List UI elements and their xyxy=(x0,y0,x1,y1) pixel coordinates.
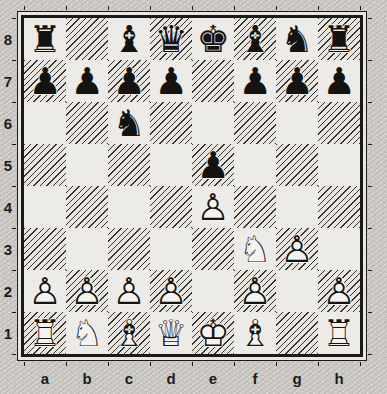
square-b1[interactable]: ♞♘ xyxy=(66,312,108,354)
file-label-d: d xyxy=(150,368,192,388)
file-label-b: b xyxy=(66,368,108,388)
white-king-e1-icon: ♔ xyxy=(192,312,234,354)
square-a4[interactable] xyxy=(24,186,66,228)
black-bishop-c8-icon: ♝ xyxy=(108,18,150,60)
square-b3[interactable] xyxy=(66,228,108,270)
white-piece-fill: ♛ xyxy=(150,312,192,354)
square-h3[interactable] xyxy=(318,228,360,270)
square-f2[interactable]: ♟♙ xyxy=(234,270,276,312)
square-e2[interactable] xyxy=(192,270,234,312)
square-h1[interactable]: ♜♖ xyxy=(318,312,360,354)
square-a8[interactable]: ♜ xyxy=(24,18,66,60)
square-h6[interactable] xyxy=(318,102,360,144)
file-label-e: e xyxy=(192,368,234,388)
black-king-e8-icon: ♚ xyxy=(192,18,234,60)
square-b4[interactable] xyxy=(66,186,108,228)
square-f5[interactable] xyxy=(234,144,276,186)
file-label-f: f xyxy=(234,368,276,388)
white-piece-fill: ♟ xyxy=(150,270,192,312)
black-rook-a8-icon: ♜ xyxy=(24,18,66,60)
square-f6[interactable] xyxy=(234,102,276,144)
square-e6[interactable] xyxy=(192,102,234,144)
square-e1[interactable]: ♚♔ xyxy=(192,312,234,354)
file-label-a: a xyxy=(24,368,66,388)
file-label-h: h xyxy=(318,368,360,388)
white-piece-fill: ♜ xyxy=(24,312,66,354)
square-c6[interactable]: ♞ xyxy=(108,102,150,144)
square-g5[interactable] xyxy=(276,144,318,186)
white-pawn-a2-icon: ♙ xyxy=(24,270,66,312)
square-g6[interactable] xyxy=(276,102,318,144)
square-g7[interactable]: ♟ xyxy=(276,60,318,102)
black-bishop-f8-icon: ♝ xyxy=(234,18,276,60)
white-piece-fill: ♟ xyxy=(192,186,234,228)
square-c5[interactable] xyxy=(108,144,150,186)
black-knight-c6-icon: ♞ xyxy=(108,102,150,144)
white-piece-fill: ♟ xyxy=(108,270,150,312)
chessboard: ♜♝♛♚♝♞♜♟♟♟♟♟♟♟♞♟♟♙♞♘♟♙♟♙♟♙♟♙♟♙♟♙♟♙♜♖♞♘♝♗… xyxy=(21,15,363,357)
white-piece-fill: ♞ xyxy=(66,312,108,354)
square-b8[interactable] xyxy=(66,18,108,60)
square-f8[interactable]: ♝ xyxy=(234,18,276,60)
white-piece-fill: ♟ xyxy=(24,270,66,312)
white-piece-fill: ♞ xyxy=(234,228,276,270)
white-bishop-c1-icon: ♗ xyxy=(108,312,150,354)
white-piece-fill: ♟ xyxy=(66,270,108,312)
black-rook-h8-icon: ♜ xyxy=(318,18,360,60)
square-d7[interactable]: ♟ xyxy=(150,60,192,102)
black-pawn-g7-icon: ♟ xyxy=(276,60,318,102)
square-c2[interactable]: ♟♙ xyxy=(108,270,150,312)
black-pawn-d7-icon: ♟ xyxy=(150,60,192,102)
black-pawn-c7-icon: ♟ xyxy=(108,60,150,102)
file-labels: abcdefgh xyxy=(24,368,360,388)
square-a3[interactable] xyxy=(24,228,66,270)
white-pawn-d2-icon: ♙ xyxy=(150,270,192,312)
black-pawn-a7-icon: ♟ xyxy=(24,60,66,102)
square-h8[interactable]: ♜ xyxy=(318,18,360,60)
square-d8[interactable]: ♛ xyxy=(150,18,192,60)
white-knight-b1-icon: ♘ xyxy=(66,312,108,354)
white-piece-fill: ♟ xyxy=(234,270,276,312)
white-pawn-g3-icon: ♙ xyxy=(276,228,318,270)
black-queen-d8-icon: ♛ xyxy=(150,18,192,60)
frame-ticks-right xyxy=(368,18,372,355)
square-d5[interactable] xyxy=(150,144,192,186)
white-pawn-c2-icon: ♙ xyxy=(108,270,150,312)
square-e8[interactable]: ♚ xyxy=(192,18,234,60)
square-g4[interactable] xyxy=(276,186,318,228)
square-c1[interactable]: ♝♗ xyxy=(108,312,150,354)
square-g8[interactable]: ♞ xyxy=(276,18,318,60)
white-pawn-h2-icon: ♙ xyxy=(318,270,360,312)
white-piece-fill: ♟ xyxy=(276,228,318,270)
square-b6[interactable] xyxy=(66,102,108,144)
black-pawn-f7-icon: ♟ xyxy=(234,60,276,102)
board-frame: ♜♝♛♚♝♞♜♟♟♟♟♟♟♟♞♟♟♙♞♘♟♙♟♙♟♙♟♙♟♙♟♙♟♙♜♖♞♘♝♗… xyxy=(17,11,367,361)
black-pawn-h7-icon: ♟ xyxy=(318,60,360,102)
square-f1[interactable]: ♝♗ xyxy=(234,312,276,354)
square-a1[interactable]: ♜♖ xyxy=(24,312,66,354)
white-piece-fill: ♝ xyxy=(108,312,150,354)
white-rook-h1-icon: ♖ xyxy=(318,312,360,354)
square-f7[interactable]: ♟ xyxy=(234,60,276,102)
square-h5[interactable] xyxy=(318,144,360,186)
square-c4[interactable] xyxy=(108,186,150,228)
white-knight-f3-icon: ♘ xyxy=(234,228,276,270)
frame-ticks-left xyxy=(12,18,16,355)
square-b5[interactable] xyxy=(66,144,108,186)
square-h2[interactable]: ♟♙ xyxy=(318,270,360,312)
square-f3[interactable]: ♞♘ xyxy=(234,228,276,270)
white-pawn-e4-icon: ♙ xyxy=(192,186,234,228)
square-d3[interactable] xyxy=(150,228,192,270)
square-b7[interactable]: ♟ xyxy=(66,60,108,102)
black-pawn-e5-icon: ♟ xyxy=(192,144,234,186)
square-d1[interactable]: ♛♕ xyxy=(150,312,192,354)
square-g2[interactable] xyxy=(276,270,318,312)
square-d4[interactable] xyxy=(150,186,192,228)
square-e4[interactable]: ♟♙ xyxy=(192,186,234,228)
white-bishop-f1-icon: ♗ xyxy=(234,312,276,354)
square-e3[interactable] xyxy=(192,228,234,270)
frame-ticks-bottom xyxy=(24,362,361,366)
white-queen-d1-icon: ♕ xyxy=(150,312,192,354)
frame-ticks-top xyxy=(24,6,361,10)
square-d2[interactable]: ♟♙ xyxy=(150,270,192,312)
square-c3[interactable] xyxy=(108,228,150,270)
white-pawn-b2-icon: ♙ xyxy=(66,270,108,312)
square-e5[interactable]: ♟ xyxy=(192,144,234,186)
square-d6[interactable] xyxy=(150,102,192,144)
chess-diagram: 87654321 ♜♝♛♚♝♞♜♟♟♟♟♟♟♟♞♟♟♙♞♘♟♙♟♙♟♙♟♙♟♙♟… xyxy=(0,0,387,394)
white-piece-fill: ♚ xyxy=(192,312,234,354)
square-e7[interactable] xyxy=(192,60,234,102)
file-label-g: g xyxy=(276,368,318,388)
square-a5[interactable] xyxy=(24,144,66,186)
black-pawn-b7-icon: ♟ xyxy=(66,60,108,102)
square-a2[interactable]: ♟♙ xyxy=(24,270,66,312)
white-piece-fill: ♜ xyxy=(318,312,360,354)
square-a7[interactable]: ♟ xyxy=(24,60,66,102)
square-g1[interactable] xyxy=(276,312,318,354)
white-piece-fill: ♝ xyxy=(234,312,276,354)
square-b2[interactable]: ♟♙ xyxy=(66,270,108,312)
square-h4[interactable] xyxy=(318,186,360,228)
square-c8[interactable]: ♝ xyxy=(108,18,150,60)
white-rook-a1-icon: ♖ xyxy=(24,312,66,354)
file-label-c: c xyxy=(108,368,150,388)
white-pawn-f2-icon: ♙ xyxy=(234,270,276,312)
square-f4[interactable] xyxy=(234,186,276,228)
square-h7[interactable]: ♟ xyxy=(318,60,360,102)
square-a6[interactable] xyxy=(24,102,66,144)
black-knight-g8-icon: ♞ xyxy=(276,18,318,60)
white-piece-fill: ♟ xyxy=(318,270,360,312)
square-c7[interactable]: ♟ xyxy=(108,60,150,102)
square-g3[interactable]: ♟♙ xyxy=(276,228,318,270)
